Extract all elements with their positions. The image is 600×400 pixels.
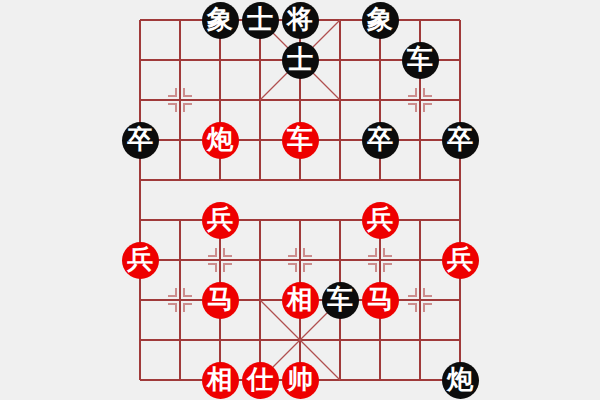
piece-black-elephant[interactable]: 象 (202, 2, 239, 39)
piece-black-general[interactable]: 将 (282, 2, 319, 39)
piece-black-chariot[interactable]: 车 (322, 282, 359, 319)
piece-red-elephant[interactable]: 相 (282, 282, 319, 319)
piece-glyph: 兵 (447, 246, 473, 272)
piece-black-elephant[interactable]: 象 (362, 2, 399, 39)
piece-black-soldier[interactable]: 卒 (442, 122, 479, 159)
piece-glyph: 仕 (247, 366, 273, 392)
piece-glyph: 相 (207, 366, 233, 392)
xiangqi-board: 象士将象士车卒炮车卒卒兵兵兵兵马相车马相仕帅炮 (0, 0, 600, 400)
piece-glyph: 象 (367, 6, 393, 32)
piece-red-advisor[interactable]: 仕 (242, 362, 279, 399)
piece-glyph: 兵 (367, 206, 393, 232)
piece-glyph: 炮 (447, 366, 473, 392)
piece-glyph: 卒 (367, 126, 393, 152)
piece-glyph: 相 (287, 286, 313, 312)
piece-black-soldier[interactable]: 卒 (122, 122, 159, 159)
piece-glyph: 象 (207, 6, 233, 32)
piece-red-soldier[interactable]: 兵 (442, 242, 479, 279)
piece-red-soldier[interactable]: 兵 (122, 242, 159, 279)
piece-red-horse[interactable]: 马 (202, 282, 239, 319)
piece-black-advisor[interactable]: 士 (282, 42, 319, 79)
piece-red-elephant[interactable]: 相 (202, 362, 239, 399)
piece-glyph: 卒 (127, 126, 153, 152)
piece-glyph: 兵 (207, 206, 233, 232)
piece-red-general[interactable]: 帅 (282, 362, 319, 399)
piece-red-cannon[interactable]: 炮 (202, 122, 239, 159)
piece-black-advisor[interactable]: 士 (242, 2, 279, 39)
piece-glyph: 马 (207, 286, 233, 312)
piece-layer: 象士将象士车卒炮车卒卒兵兵兵兵马相车马相仕帅炮 (120, 0, 480, 400)
piece-red-chariot[interactable]: 车 (282, 122, 319, 159)
piece-glyph: 炮 (207, 126, 233, 152)
piece-glyph: 士 (247, 6, 273, 32)
piece-glyph: 卒 (447, 126, 473, 152)
piece-glyph: 将 (287, 6, 313, 32)
piece-red-horse[interactable]: 马 (362, 282, 399, 319)
piece-glyph: 兵 (127, 246, 153, 272)
piece-glyph: 士 (287, 46, 313, 72)
piece-glyph: 车 (407, 46, 433, 72)
piece-black-chariot[interactable]: 车 (402, 42, 439, 79)
piece-red-soldier[interactable]: 兵 (202, 202, 239, 239)
piece-glyph: 车 (327, 286, 353, 312)
piece-black-cannon[interactable]: 炮 (442, 362, 479, 399)
piece-glyph: 帅 (287, 366, 313, 392)
piece-glyph: 车 (287, 126, 313, 152)
piece-glyph: 马 (367, 286, 393, 312)
piece-red-soldier[interactable]: 兵 (362, 202, 399, 239)
piece-black-soldier[interactable]: 卒 (362, 122, 399, 159)
